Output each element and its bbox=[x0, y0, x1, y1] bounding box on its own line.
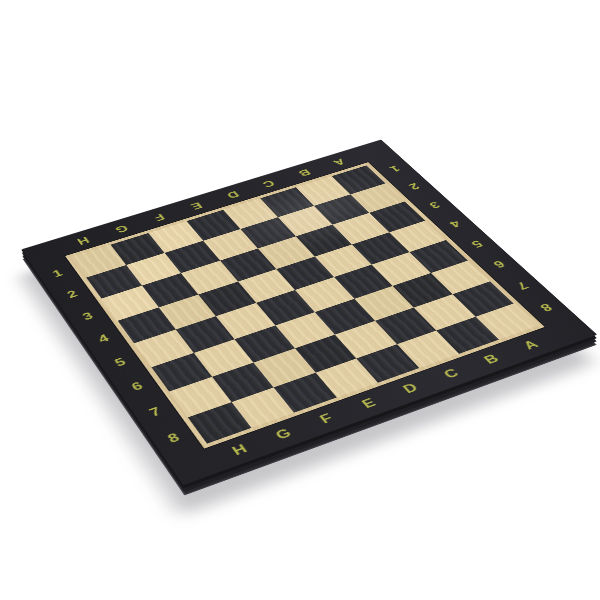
square-g5[interactable] bbox=[175, 316, 234, 353]
square-f6[interactable] bbox=[234, 325, 294, 362]
square-g6[interactable] bbox=[193, 339, 253, 377]
chessboard: HGFEDCBA HGFEDCBA 12345678 12345678 bbox=[21, 139, 597, 485]
square-d6[interactable] bbox=[315, 299, 375, 335]
square-h6[interactable] bbox=[151, 353, 211, 392]
square-f7[interactable] bbox=[253, 348, 315, 387]
square-a7[interactable] bbox=[452, 281, 513, 316]
square-b7[interactable] bbox=[414, 294, 475, 330]
square-e8[interactable] bbox=[315, 358, 378, 397]
square-b8[interactable] bbox=[436, 317, 499, 354]
file-labels-near: HGFEDCBA bbox=[209, 329, 561, 470]
square-a8[interactable] bbox=[475, 303, 537, 340]
square-f8[interactable] bbox=[273, 373, 336, 413]
square-g4[interactable] bbox=[158, 294, 216, 329]
product-photo: HGFEDCBA HGFEDCBA 12345678 12345678 bbox=[0, 0, 600, 600]
square-c7[interactable] bbox=[375, 308, 436, 345]
square-c6[interactable] bbox=[354, 286, 414, 321]
square-e6[interactable] bbox=[275, 312, 335, 349]
square-d7[interactable] bbox=[335, 321, 396, 358]
square-c8[interactable] bbox=[396, 330, 459, 368]
square-g8[interactable] bbox=[231, 387, 294, 428]
square-h8[interactable] bbox=[188, 402, 251, 444]
square-h5[interactable] bbox=[134, 330, 193, 367]
board-face: HGFEDCBA HGFEDCBA 12345678 12345678 bbox=[21, 139, 597, 485]
square-h4[interactable] bbox=[118, 307, 176, 343]
square-g7[interactable] bbox=[212, 363, 274, 402]
rank-label: 8 bbox=[518, 291, 574, 325]
square-e5[interactable] bbox=[256, 290, 315, 325]
square-h7[interactable] bbox=[169, 377, 231, 417]
square-f5[interactable] bbox=[216, 303, 275, 339]
square-d8[interactable] bbox=[356, 344, 419, 383]
square-e7[interactable] bbox=[295, 335, 357, 373]
